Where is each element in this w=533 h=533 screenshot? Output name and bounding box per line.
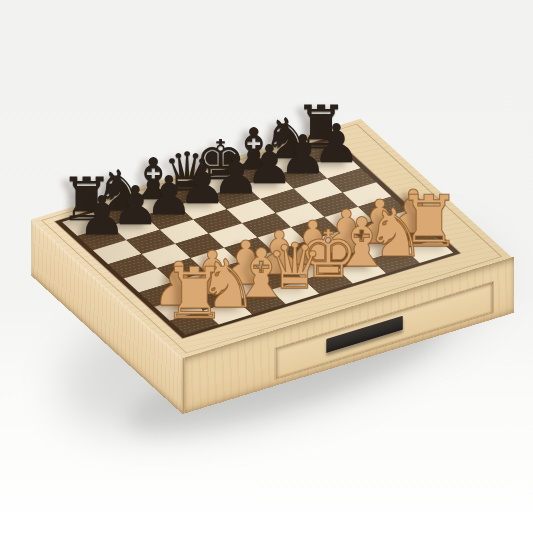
wooden-chess-box: ♜♞♝♛♚♝♞♜♟♟♟♟♟♟♟♟♟♟♟♟♟♟♟♟♜♞♝♛♚♝♞♜: [0, 0, 533, 533]
chess-box-photo: ♜♞♝♛♚♝♞♜♟♟♟♟♟♟♟♟♟♟♟♟♟♟♟♟♜♞♝♛♚♝♞♜: [0, 0, 533, 533]
